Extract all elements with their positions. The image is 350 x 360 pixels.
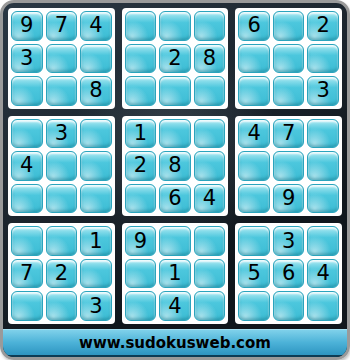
- sudoku-cell-r1c7[interactable]: 6: [238, 11, 270, 41]
- sudoku-cell-r3c1[interactable]: [11, 76, 43, 106]
- sudoku-cell-r1c8[interactable]: [273, 11, 305, 41]
- sudoku-cell-r9c1[interactable]: [11, 291, 43, 321]
- sudoku-cell-r2c6[interactable]: 8: [194, 44, 226, 74]
- sudoku-box-0-0: 97438: [8, 8, 115, 109]
- sudoku-cell-r2c4[interactable]: [125, 44, 157, 74]
- sudoku-cell-r4c7[interactable]: 4: [238, 119, 270, 149]
- sudoku-cell-r8c6[interactable]: [194, 259, 226, 289]
- sudoku-cell-r3c2[interactable]: [46, 76, 78, 106]
- sudoku-cell-r4c2[interactable]: 3: [46, 119, 78, 149]
- sudoku-cell-r3c7[interactable]: [238, 76, 270, 106]
- sudoku-cell-r9c7[interactable]: [238, 291, 270, 321]
- sudoku-cell-r6c5[interactable]: 6: [159, 184, 191, 214]
- sudoku-board: 9743828623341286447917239143564: [8, 8, 342, 324]
- sudoku-cell-r5c2[interactable]: [46, 151, 78, 181]
- sudoku-cell-r7c9[interactable]: [307, 226, 339, 256]
- sudoku-cell-r5c9[interactable]: [307, 151, 339, 181]
- sudoku-cell-r7c2[interactable]: [46, 226, 78, 256]
- sudoku-cell-r2c3[interactable]: [80, 44, 112, 74]
- sudoku-box-1-2: 479: [235, 116, 342, 217]
- sudoku-box-2-0: 1723: [8, 223, 115, 324]
- sudoku-cell-r6c7[interactable]: [238, 184, 270, 214]
- sudoku-cell-r5c4[interactable]: 2: [125, 151, 157, 181]
- sudoku-cell-r4c5[interactable]: [159, 119, 191, 149]
- sudoku-cell-r8c1[interactable]: 7: [11, 259, 43, 289]
- sudoku-cell-r4c3[interactable]: [80, 119, 112, 149]
- sudoku-cell-r7c8[interactable]: 3: [273, 226, 305, 256]
- sudoku-cell-r3c6[interactable]: [194, 76, 226, 106]
- sudoku-cell-r5c6[interactable]: [194, 151, 226, 181]
- sudoku-cell-r8c4[interactable]: [125, 259, 157, 289]
- sudoku-cell-r2c1[interactable]: 3: [11, 44, 43, 74]
- sudoku-cell-r2c5[interactable]: 2: [159, 44, 191, 74]
- sudoku-cell-r7c4[interactable]: 9: [125, 226, 157, 256]
- sudoku-box-2-2: 3564: [235, 223, 342, 324]
- sudoku-cell-r6c6[interactable]: 4: [194, 184, 226, 214]
- sudoku-cell-r2c9[interactable]: [307, 44, 339, 74]
- sudoku-cell-r5c5[interactable]: 8: [159, 151, 191, 181]
- sudoku-box-1-0: 34: [8, 116, 115, 217]
- sudoku-cell-r3c3[interactable]: 8: [80, 76, 112, 106]
- sudoku-cell-r1c2[interactable]: 7: [46, 11, 78, 41]
- sudoku-cell-r7c7[interactable]: [238, 226, 270, 256]
- sudoku-cell-r1c4[interactable]: [125, 11, 157, 41]
- sudoku-cell-r6c1[interactable]: [11, 184, 43, 214]
- sudoku-cell-r9c2[interactable]: [46, 291, 78, 321]
- sudoku-frame: 9743828623341286447917239143564 www.sudo…: [0, 0, 350, 360]
- sudoku-cell-r7c5[interactable]: [159, 226, 191, 256]
- sudoku-cell-r4c6[interactable]: [194, 119, 226, 149]
- sudoku-cell-r7c1[interactable]: [11, 226, 43, 256]
- sudoku-cell-r6c4[interactable]: [125, 184, 157, 214]
- sudoku-cell-r9c8[interactable]: [273, 291, 305, 321]
- site-url: www.sudokusweb.com: [79, 334, 271, 352]
- sudoku-box-1-1: 12864: [122, 116, 229, 217]
- sudoku-cell-r3c8[interactable]: [273, 76, 305, 106]
- sudoku-cell-r4c4[interactable]: 1: [125, 119, 157, 149]
- sudoku-cell-r3c5[interactable]: [159, 76, 191, 106]
- sudoku-cell-r8c8[interactable]: 6: [273, 259, 305, 289]
- sudoku-cell-r8c2[interactable]: 2: [46, 259, 78, 289]
- sudoku-cell-r7c6[interactable]: [194, 226, 226, 256]
- sudoku-cell-r6c8[interactable]: 9: [273, 184, 305, 214]
- sudoku-cell-r9c4[interactable]: [125, 291, 157, 321]
- sudoku-cell-r1c5[interactable]: [159, 11, 191, 41]
- sudoku-cell-r3c4[interactable]: [125, 76, 157, 106]
- sudoku-cell-r8c9[interactable]: 4: [307, 259, 339, 289]
- sudoku-cell-r8c5[interactable]: 1: [159, 259, 191, 289]
- sudoku-cell-r1c1[interactable]: 9: [11, 11, 43, 41]
- sudoku-cell-r2c2[interactable]: [46, 44, 78, 74]
- sudoku-box-2-1: 914: [122, 223, 229, 324]
- sudoku-cell-r2c8[interactable]: [273, 44, 305, 74]
- sudoku-cell-r9c5[interactable]: 4: [159, 291, 191, 321]
- sudoku-cell-r8c3[interactable]: [80, 259, 112, 289]
- sudoku-cell-r5c7[interactable]: [238, 151, 270, 181]
- sudoku-cell-r5c8[interactable]: [273, 151, 305, 181]
- sudoku-cell-r5c3[interactable]: [80, 151, 112, 181]
- sudoku-cell-r6c3[interactable]: [80, 184, 112, 214]
- sudoku-cell-r6c9[interactable]: [307, 184, 339, 214]
- sudoku-cell-r4c9[interactable]: [307, 119, 339, 149]
- sudoku-cell-r9c6[interactable]: [194, 291, 226, 321]
- sudoku-cell-r3c9[interactable]: 3: [307, 76, 339, 106]
- sudoku-cell-r1c3[interactable]: 4: [80, 11, 112, 41]
- sudoku-cell-r9c9[interactable]: [307, 291, 339, 321]
- sudoku-cell-r9c3[interactable]: 3: [80, 291, 112, 321]
- sudoku-cell-r2c7[interactable]: [238, 44, 270, 74]
- sudoku-cell-r4c1[interactable]: [11, 119, 43, 149]
- sudoku-cell-r6c2[interactable]: [46, 184, 78, 214]
- sudoku-cell-r4c8[interactable]: 7: [273, 119, 305, 149]
- sudoku-cell-r8c7[interactable]: 5: [238, 259, 270, 289]
- sudoku-box-0-2: 623: [235, 8, 342, 109]
- sudoku-box-0-1: 28: [122, 8, 229, 109]
- sudoku-cell-r1c6[interactable]: [194, 11, 226, 41]
- sudoku-cell-r1c9[interactable]: 2: [307, 11, 339, 41]
- sudoku-cell-r5c1[interactable]: 4: [11, 151, 43, 181]
- site-footer: www.sudokusweb.com: [3, 329, 347, 357]
- sudoku-cell-r7c3[interactable]: 1: [80, 226, 112, 256]
